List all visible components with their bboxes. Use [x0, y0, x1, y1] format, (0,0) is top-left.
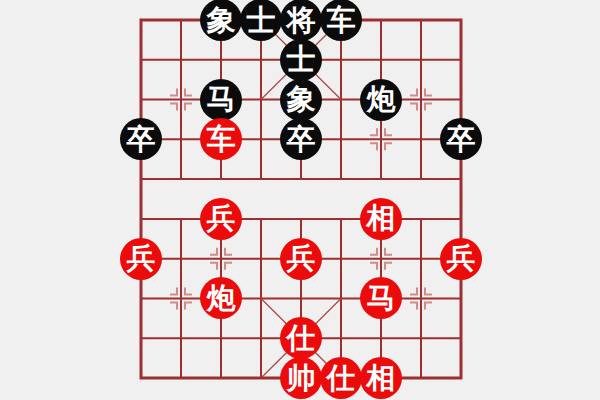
red-advisor[interactable]: 仕: [320, 357, 362, 399]
black-soldier[interactable]: 卒: [440, 118, 482, 160]
xiangqi-app: 象士将车士马象炮卒车卒卒兵相兵兵兵炮马仕帅仕相: [0, 0, 600, 400]
black-cannon[interactable]: 炮: [360, 79, 402, 121]
red-general[interactable]: 帅: [280, 357, 322, 399]
red-elephant[interactable]: 相: [360, 357, 402, 399]
red-elephant[interactable]: 相: [360, 198, 402, 240]
xiangqi-board[interactable]: 象士将车士马象炮卒车卒卒兵相兵兵兵炮马仕帅仕相: [141, 20, 461, 378]
red-advisor[interactable]: 仕: [280, 317, 322, 359]
red-soldier[interactable]: 兵: [120, 238, 162, 280]
black-horse[interactable]: 马: [200, 79, 242, 121]
black-advisor[interactable]: 士: [240, 0, 282, 41]
red-soldier[interactable]: 兵: [280, 238, 322, 280]
black-general[interactable]: 将: [280, 0, 322, 41]
red-soldier[interactable]: 兵: [200, 198, 242, 240]
red-soldier[interactable]: 兵: [440, 238, 482, 280]
black-advisor[interactable]: 士: [280, 39, 322, 81]
red-cannon[interactable]: 炮: [200, 277, 242, 319]
black-elephant[interactable]: 象: [280, 79, 322, 121]
black-chariot[interactable]: 车: [320, 0, 362, 41]
black-elephant[interactable]: 象: [200, 0, 242, 41]
